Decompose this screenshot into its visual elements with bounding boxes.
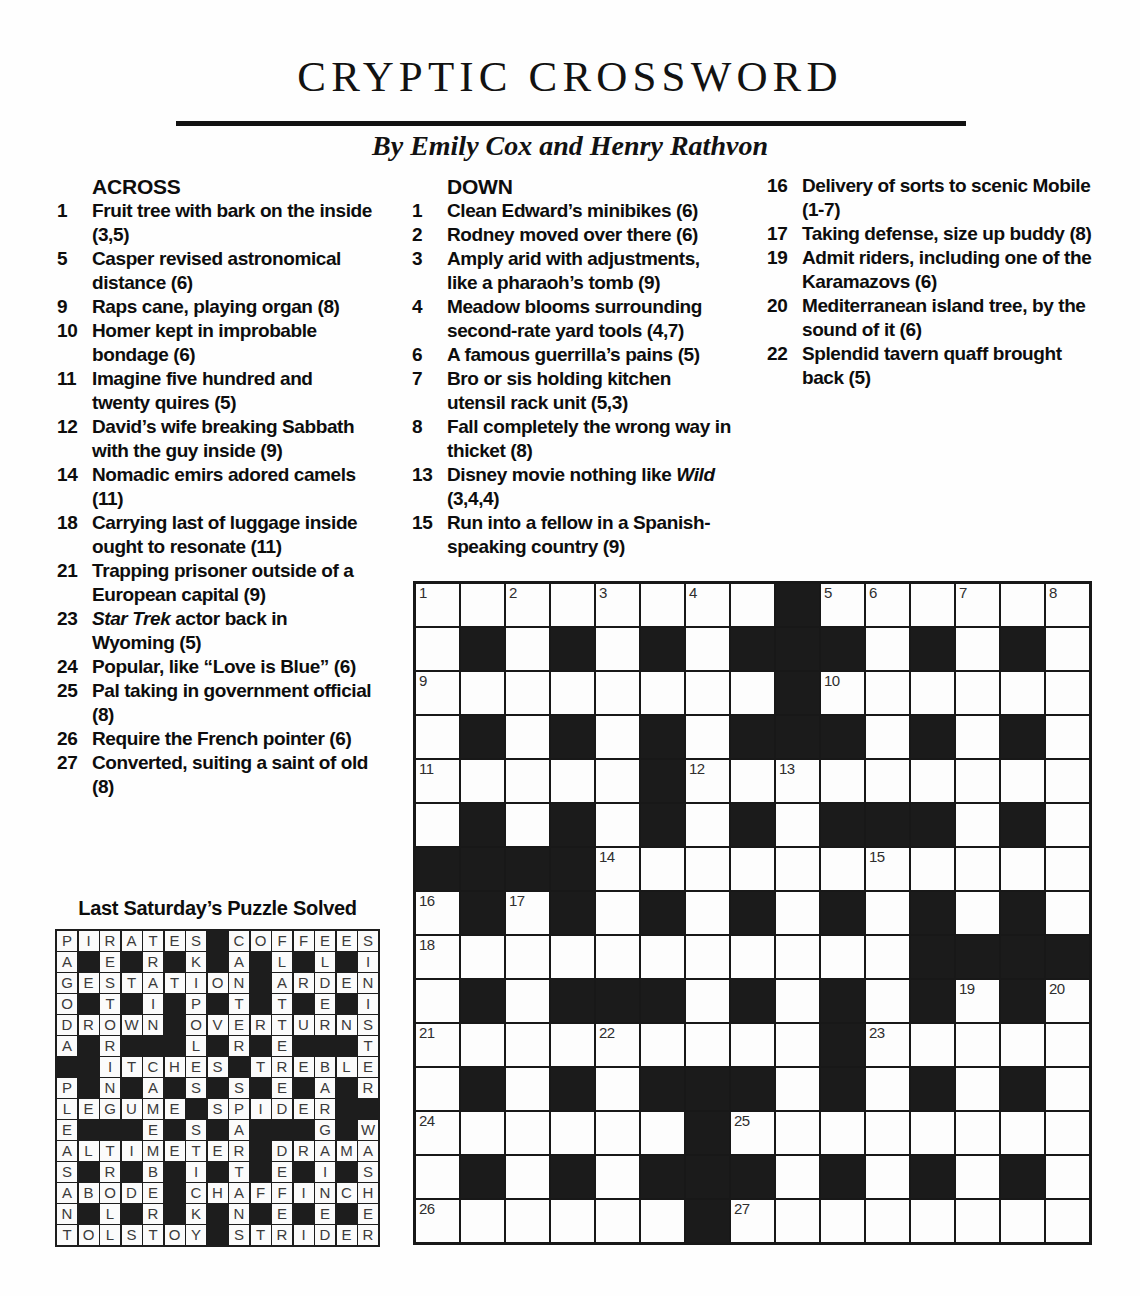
grid-cell[interactable] [461, 936, 504, 978]
grid-cell[interactable] [821, 936, 864, 978]
grid-cell[interactable] [1046, 1200, 1089, 1242]
solved-cell-black [208, 1204, 228, 1224]
grid-cell[interactable] [776, 1112, 819, 1154]
grid-cell[interactable] [596, 760, 639, 802]
solved-cell-black [294, 994, 314, 1014]
solved-cell-black [165, 1036, 185, 1056]
grid-cell[interactable]: 13 [776, 760, 819, 802]
clue-18: 18Carrying last of luggage inside ought … [57, 511, 372, 559]
grid-cell[interactable] [956, 1112, 999, 1154]
solved-cell-black [208, 931, 228, 951]
solved-cell: M [143, 1141, 163, 1161]
solved-cell: P [57, 1078, 77, 1098]
grid-cell[interactable] [776, 848, 819, 890]
grid-cell[interactable] [866, 980, 909, 1022]
grid-cell-black [1001, 1068, 1044, 1110]
solved-cell: A [122, 931, 142, 951]
grid-cell[interactable] [461, 1112, 504, 1154]
grid-cell[interactable] [1046, 1024, 1089, 1066]
grid-cell[interactable] [821, 760, 864, 802]
grid-cell[interactable] [956, 848, 999, 890]
grid-cell[interactable] [1046, 848, 1089, 890]
solved-cell-black [229, 1057, 249, 1077]
grid-cell[interactable] [821, 848, 864, 890]
grid-cell[interactable] [686, 1024, 729, 1066]
grid-cell-black [1001, 804, 1044, 846]
solved-cell: L [79, 1141, 99, 1161]
solved-cell: E [272, 1204, 292, 1224]
solved-puzzle-header: Last Saturday’s Puzzle Solved [55, 897, 380, 920]
solved-cell: S [57, 1162, 77, 1182]
grid-cell[interactable]: 12 [686, 760, 729, 802]
grid-cell[interactable] [956, 1068, 999, 1110]
solved-cell: E [229, 1015, 249, 1035]
grid-cell[interactable] [506, 936, 549, 978]
solved-cell-black [208, 994, 228, 1014]
grid-cell[interactable] [461, 1200, 504, 1242]
solved-cell: E [358, 1057, 378, 1077]
title-rule [176, 121, 966, 126]
grid-cell[interactable] [956, 1200, 999, 1242]
solved-cell: S [186, 931, 206, 951]
grid-cell[interactable] [641, 936, 684, 978]
grid-cell[interactable] [416, 716, 459, 758]
cell-number: 20 [1049, 980, 1065, 998]
solved-cell: E [165, 1141, 185, 1161]
grid-cell[interactable] [1046, 1112, 1089, 1154]
solved-cell-black [358, 1099, 378, 1119]
grid-cell[interactable] [776, 980, 819, 1022]
grid-cell[interactable]: 18 [416, 936, 459, 978]
grid-cell[interactable]: 2 [506, 584, 549, 626]
grid-cell[interactable] [551, 1024, 594, 1066]
grid-cell-black [731, 804, 774, 846]
grid-cell-black [731, 1156, 774, 1198]
solved-cell: A [229, 1183, 249, 1203]
grid-cell[interactable] [956, 716, 999, 758]
grid-cell[interactable] [731, 936, 774, 978]
grid-cell-black [821, 1024, 864, 1066]
solved-cell: T [272, 1015, 292, 1035]
grid-cell[interactable] [506, 760, 549, 802]
grid-cell-black [821, 804, 864, 846]
grid-cell-black [821, 1156, 864, 1198]
grid-cell-black [866, 804, 909, 846]
grid-cell-black [1001, 892, 1044, 934]
grid-cell[interactable] [911, 760, 954, 802]
grid-cell[interactable] [1046, 760, 1089, 802]
solved-cell: D [315, 973, 335, 993]
cell-number: 24 [419, 1112, 435, 1130]
solved-cell: T [122, 1057, 142, 1077]
grid-cell[interactable] [776, 1068, 819, 1110]
solved-cell: R [294, 973, 314, 993]
solved-cell: S [122, 1225, 142, 1245]
clue-26: 26Require the French pointer (6) [57, 727, 372, 751]
grid-cell[interactable] [1001, 848, 1044, 890]
grid-cell[interactable] [866, 628, 909, 670]
grid-cell[interactable]: 6 [866, 584, 909, 626]
grid-cell[interactable] [1046, 1156, 1089, 1198]
clue-number: 3 [412, 247, 422, 271]
grid-cell[interactable] [506, 980, 549, 1022]
cell-number: 12 [689, 760, 705, 778]
solved-cell-black [337, 1036, 357, 1056]
solved-cell: T [358, 1036, 378, 1056]
grid-cell-black [641, 1156, 684, 1198]
solved-cell: F [251, 1183, 271, 1203]
clue-number: 1 [57, 199, 67, 223]
grid-cell[interactable] [776, 936, 819, 978]
grid-cell[interactable] [1001, 1200, 1044, 1242]
solved-cell: R [315, 1099, 335, 1119]
clue-6: 6A famous guerrilla’s pains (5) [412, 343, 734, 367]
solved-cell: I [251, 1099, 271, 1119]
grid-cell[interactable] [776, 1200, 819, 1242]
grid-cell[interactable] [506, 1156, 549, 1198]
grid-cell-black [551, 980, 594, 1022]
solved-cell: T [186, 1141, 206, 1161]
cell-number: 22 [599, 1024, 615, 1042]
grid-cell-black [1001, 980, 1044, 1022]
solved-cell-black [208, 1225, 228, 1245]
solved-cell: S [208, 1099, 228, 1119]
grid-cell[interactable] [551, 672, 594, 714]
solved-cell: O [186, 1015, 206, 1035]
grid-cell[interactable]: 9 [416, 672, 459, 714]
grid-cell-black [461, 1068, 504, 1110]
grid-cell[interactable] [416, 628, 459, 670]
grid-cell[interactable] [866, 672, 909, 714]
grid-cell[interactable]: 7 [956, 584, 999, 626]
grid-cell[interactable] [956, 1156, 999, 1198]
solved-cell: E [315, 1204, 335, 1224]
grid-cell[interactable] [551, 584, 594, 626]
grid-cell[interactable] [956, 672, 999, 714]
cell-number: 8 [1049, 584, 1057, 602]
grid-cell[interactable]: 10 [821, 672, 864, 714]
grid-cell[interactable] [506, 672, 549, 714]
grid-cell[interactable] [596, 892, 639, 934]
across-header: ACROSS [57, 174, 372, 199]
grid-cell[interactable] [551, 760, 594, 802]
grid-cell[interactable] [641, 1112, 684, 1154]
grid-cell[interactable]: 25 [731, 1112, 774, 1154]
grid-cell[interactable] [461, 760, 504, 802]
grid-cell[interactable] [416, 1068, 459, 1110]
grid-cell[interactable]: 20 [1046, 980, 1089, 1022]
solved-cell: R [229, 1036, 249, 1056]
grid-cell[interactable] [866, 1156, 909, 1198]
grid-cell[interactable]: 24 [416, 1112, 459, 1154]
grid-cell[interactable]: 16 [416, 892, 459, 934]
solved-cell: A [272, 973, 292, 993]
cell-number: 4 [689, 584, 697, 602]
grid-cell[interactable] [506, 1024, 549, 1066]
solved-cell-black [165, 1204, 185, 1224]
grid-cell[interactable] [641, 1200, 684, 1242]
down-clues-list-continued: 16Delivery of sorts to scenic Mobile (1-… [767, 174, 1095, 390]
grid-cell[interactable]: 5 [821, 584, 864, 626]
grid-cell[interactable]: 8 [1046, 584, 1089, 626]
grid-cell[interactable] [1046, 716, 1089, 758]
grid-cell[interactable] [686, 628, 729, 670]
grid-cell[interactable] [911, 1024, 954, 1066]
grid-cell[interactable] [821, 1112, 864, 1154]
grid-cell-black [776, 628, 819, 670]
grid-cell[interactable] [596, 716, 639, 758]
down-clues-column-continued: 16Delivery of sorts to scenic Mobile (1-… [767, 174, 1095, 390]
solved-cell: O [165, 1225, 185, 1245]
solved-cell: R [272, 1057, 292, 1077]
solved-cell-black [79, 1036, 99, 1056]
grid-cell-black [911, 1156, 954, 1198]
solved-cell: S [229, 1225, 249, 1245]
grid-cell[interactable] [596, 628, 639, 670]
solved-cell: A [229, 952, 249, 972]
solved-cell-black [122, 1036, 142, 1056]
clue-11: 11Imagine five hundred and twenty quires… [57, 367, 372, 415]
solved-cell-black [294, 952, 314, 972]
clue-number: 5 [57, 247, 67, 271]
grid-cell[interactable]: 4 [686, 584, 729, 626]
solved-cell-black [251, 973, 271, 993]
solved-cell: F [272, 931, 292, 951]
clue-2: 2Rodney moved over there (6) [412, 223, 734, 247]
grid-cell[interactable] [506, 1200, 549, 1242]
grid-cell[interactable] [866, 1200, 909, 1242]
grid-cell[interactable] [1001, 1112, 1044, 1154]
grid-cell-black [731, 716, 774, 758]
grid-cell[interactable] [506, 716, 549, 758]
solved-cell: G [100, 1099, 120, 1119]
grid-cell[interactable] [911, 584, 954, 626]
grid-cell[interactable] [596, 1156, 639, 1198]
solved-cell: W [358, 1120, 378, 1140]
grid-cell[interactable] [956, 1024, 999, 1066]
grid-cell[interactable]: 11 [416, 760, 459, 802]
grid-cell[interactable] [956, 892, 999, 934]
grid-cell[interactable] [1046, 892, 1089, 934]
grid-cell[interactable] [596, 1112, 639, 1154]
clue-number: 12 [57, 415, 77, 439]
grid-cell[interactable] [866, 760, 909, 802]
grid-cell[interactable] [911, 1112, 954, 1154]
grid-cell[interactable] [1001, 584, 1044, 626]
solved-cell-black [294, 1120, 314, 1140]
grid-cell-black [911, 628, 954, 670]
solved-cell-black [251, 1120, 271, 1140]
grid-cell[interactable] [776, 1156, 819, 1198]
grid-cell[interactable]: 22 [596, 1024, 639, 1066]
grid-cell[interactable] [506, 1112, 549, 1154]
solved-cell-black [122, 1078, 142, 1098]
grid-cell[interactable] [686, 892, 729, 934]
grid-cell[interactable] [1046, 804, 1089, 846]
grid-cell[interactable]: 19 [956, 980, 999, 1022]
grid-cell[interactable] [1046, 1068, 1089, 1110]
grid-cell[interactable]: 15 [866, 848, 909, 890]
grid-cell[interactable] [731, 672, 774, 714]
clue-20: 20Mediterranean island tree, by the soun… [767, 294, 1095, 342]
grid-cell-black [461, 848, 504, 890]
grid-cell[interactable] [461, 672, 504, 714]
grid-cell[interactable] [956, 628, 999, 670]
solved-cell-black [165, 1183, 185, 1203]
solved-cell: E [165, 931, 185, 951]
grid-cell[interactable] [551, 1200, 594, 1242]
grid-cell[interactable] [551, 1112, 594, 1154]
grid-cell-black [461, 628, 504, 670]
solved-cell: T [100, 1141, 120, 1161]
grid-cell-black [731, 892, 774, 934]
solved-cell: D [272, 1141, 292, 1161]
grid-cell[interactable] [686, 980, 729, 1022]
clue-1: 1Fruit tree with bark on the inside (3,5… [57, 199, 372, 247]
grid-cell[interactable]: 21 [416, 1024, 459, 1066]
solved-cell: T [122, 973, 142, 993]
solved-cell: L [272, 952, 292, 972]
grid-cell[interactable] [956, 804, 999, 846]
grid-cell[interactable]: 27 [731, 1200, 774, 1242]
grid-cell-black [731, 1068, 774, 1110]
grid-cell[interactable] [596, 1200, 639, 1242]
grid-cell[interactable] [686, 716, 729, 758]
grid-cell-black [641, 1068, 684, 1110]
crossword-grid: 1234567891011121314151617181920212223242… [413, 581, 1092, 1245]
grid-cell-black [551, 1156, 594, 1198]
grid-cell[interactable]: 1 [416, 584, 459, 626]
grid-cell-black [821, 716, 864, 758]
clue-number: 1 [412, 199, 422, 223]
solved-cell: I [79, 931, 99, 951]
grid-cell[interactable] [776, 892, 819, 934]
solved-cell: S [100, 973, 120, 993]
grid-cell[interactable]: 3 [596, 584, 639, 626]
grid-cell[interactable] [641, 1024, 684, 1066]
solved-cell: T [100, 994, 120, 1014]
grid-cell[interactable] [731, 848, 774, 890]
solved-cell: E [315, 931, 335, 951]
grid-cell[interactable] [866, 936, 909, 978]
solved-cell: R [251, 1015, 271, 1035]
grid-cell[interactable] [641, 848, 684, 890]
solved-cell: R [272, 1225, 292, 1245]
grid-cell[interactable] [821, 1200, 864, 1242]
grid-cell[interactable] [416, 1156, 459, 1198]
grid-cell[interactable] [776, 1024, 819, 1066]
grid-cell[interactable] [866, 1068, 909, 1110]
solved-cell: U [294, 1015, 314, 1035]
grid-cell[interactable] [596, 804, 639, 846]
grid-cell[interactable] [686, 848, 729, 890]
grid-cell-black [911, 804, 954, 846]
grid-cell[interactable] [911, 1200, 954, 1242]
solved-cell: B [143, 1162, 163, 1182]
solved-cell: E [358, 1204, 378, 1224]
grid-cell[interactable] [866, 892, 909, 934]
grid-cell-black [686, 1156, 729, 1198]
cell-number: 21 [419, 1024, 435, 1042]
solved-cell: L [337, 1057, 357, 1077]
grid-cell[interactable] [461, 1024, 504, 1066]
cell-number: 11 [419, 760, 434, 778]
grid-cell[interactable] [1001, 760, 1044, 802]
cell-number: 15 [869, 848, 885, 866]
grid-cell-black [731, 628, 774, 670]
solved-cell: F [294, 931, 314, 951]
clue-15: 15Run into a fellow in a Spanish-speakin… [412, 511, 734, 559]
grid-cell[interactable] [911, 848, 954, 890]
grid-cell[interactable]: 23 [866, 1024, 909, 1066]
solved-cell-black [208, 1036, 228, 1056]
grid-cell[interactable] [416, 980, 459, 1022]
grid-cell[interactable] [1001, 672, 1044, 714]
grid-cell[interactable] [911, 672, 954, 714]
solved-cell: E [272, 1162, 292, 1182]
grid-cell[interactable] [551, 936, 594, 978]
solved-cell-black [251, 1141, 271, 1161]
solved-cell-black [122, 1162, 142, 1182]
clue-number: 18 [57, 511, 77, 535]
grid-cell[interactable] [731, 584, 774, 626]
grid-cell[interactable] [641, 672, 684, 714]
grid-cell[interactable] [1046, 672, 1089, 714]
grid-cell[interactable] [866, 1112, 909, 1154]
cell-number: 16 [419, 892, 435, 910]
grid-cell[interactable] [686, 672, 729, 714]
cell-number: 14 [599, 848, 615, 866]
grid-cell[interactable] [596, 672, 639, 714]
solved-cell-black [165, 1078, 185, 1098]
grid-cell[interactable] [506, 804, 549, 846]
solved-cell: C [186, 1183, 206, 1203]
grid-cell[interactable] [1046, 628, 1089, 670]
grid-cell[interactable] [731, 1024, 774, 1066]
solved-cell: S [208, 1057, 228, 1077]
clue-12: 12David’s wife breaking Sabbath with the… [57, 415, 372, 463]
grid-cell[interactable] [506, 628, 549, 670]
clue-19: 19Admit riders, including one of the Kar… [767, 246, 1095, 294]
clue-16: 16Delivery of sorts to scenic Mobile (1-… [767, 174, 1095, 222]
grid-cell[interactable] [596, 1068, 639, 1110]
solved-cell: I [294, 1183, 314, 1203]
solved-cell: T [143, 931, 163, 951]
grid-cell[interactable] [731, 760, 774, 802]
grid-cell[interactable] [686, 936, 729, 978]
grid-cell[interactable]: 17 [506, 892, 549, 934]
grid-cell[interactable] [686, 804, 729, 846]
clue-17: 17Taking defense, size up buddy (8) [767, 222, 1095, 246]
clue-number: 23 [57, 607, 77, 631]
grid-cell[interactable] [506, 1068, 549, 1110]
grid-cell[interactable] [461, 584, 504, 626]
grid-cell[interactable]: 14 [596, 848, 639, 890]
grid-cell[interactable] [416, 804, 459, 846]
solved-cell: R [358, 1225, 378, 1245]
clue-number: 7 [412, 367, 422, 391]
grid-cell[interactable] [596, 936, 639, 978]
grid-cell[interactable] [1001, 1024, 1044, 1066]
grid-cell[interactable] [956, 760, 999, 802]
grid-cell[interactable] [641, 584, 684, 626]
grid-cell-black [686, 1068, 729, 1110]
grid-cell[interactable] [866, 716, 909, 758]
grid-cell[interactable] [776, 804, 819, 846]
grid-cell[interactable]: 26 [416, 1200, 459, 1242]
solved-cell: A [143, 973, 163, 993]
page-title: CRYPTIC CROSSWORD [0, 52, 1140, 101]
